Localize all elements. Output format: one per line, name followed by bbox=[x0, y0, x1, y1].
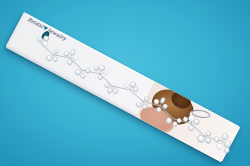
crystal-bead bbox=[63, 51, 69, 57]
product-photo-scene: Bridal♥Jewelry bbox=[0, 0, 250, 166]
crystal-bead bbox=[135, 101, 142, 108]
crystal-bead bbox=[223, 147, 230, 154]
crystal-bead bbox=[85, 68, 91, 74]
crystal-bead bbox=[52, 56, 58, 62]
crystal-bead bbox=[165, 117, 173, 125]
crystal-bead bbox=[69, 49, 76, 57]
display-card: Bridal♥Jewelry bbox=[5, 12, 240, 162]
pearl-bead bbox=[73, 55, 79, 61]
crystal-bead bbox=[97, 74, 103, 80]
bead-cluster bbox=[74, 64, 91, 80]
bead-cluster bbox=[165, 113, 182, 128]
crystal-bead bbox=[80, 73, 86, 79]
crystal-bead bbox=[37, 37, 43, 43]
crystal-bead bbox=[144, 96, 150, 102]
crystal-bead bbox=[45, 54, 53, 62]
pearl-bead bbox=[103, 70, 109, 76]
crystal-bead bbox=[159, 97, 166, 105]
pearl-bead bbox=[216, 143, 224, 151]
bead-cluster bbox=[211, 130, 236, 154]
crystal-bead bbox=[213, 136, 221, 144]
crystal-bead bbox=[142, 104, 148, 110]
crystal-bead bbox=[74, 69, 81, 76]
bead-cluster bbox=[192, 126, 215, 147]
bead-cluster bbox=[36, 33, 51, 47]
crystal-bead bbox=[107, 87, 113, 94]
crystal-bead bbox=[223, 140, 232, 149]
hair-vine-product bbox=[5, 12, 240, 162]
crystal-bead bbox=[221, 133, 229, 141]
crystal-bead bbox=[93, 66, 99, 72]
crystal-bead bbox=[205, 131, 211, 137]
crystal-bead bbox=[112, 88, 118, 94]
vine-wire bbox=[39, 43, 224, 145]
crystal-bead bbox=[98, 64, 106, 72]
